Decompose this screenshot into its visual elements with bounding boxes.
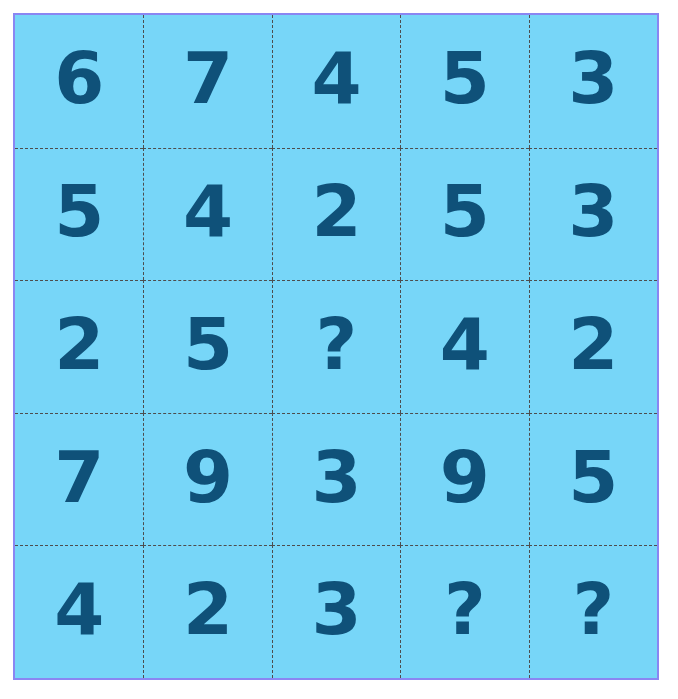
cell-r3c1: 2 — [15, 280, 143, 413]
cell-r3c5: 2 — [529, 280, 657, 413]
cell-r2c5: 3 — [529, 148, 657, 281]
cell-r1c1: 6 — [15, 15, 143, 148]
cell-r2c3: 2 — [272, 148, 400, 281]
cell-value: 5 — [183, 308, 233, 380]
cell-r4c3: 3 — [272, 413, 400, 546]
unknown-value: ? — [316, 308, 358, 380]
cell-r5c2: 2 — [143, 545, 271, 678]
cell-value: 4 — [54, 573, 104, 645]
cell-r5c5: ? — [529, 545, 657, 678]
cell-r5c3: 3 — [272, 545, 400, 678]
cell-value: 9 — [440, 441, 490, 513]
cell-r3c3: ? — [272, 280, 400, 413]
cell-r1c2: 7 — [143, 15, 271, 148]
cell-value: 2 — [54, 308, 104, 380]
cell-r5c4: ? — [400, 545, 528, 678]
cell-value: 9 — [183, 441, 233, 513]
cell-r2c2: 4 — [143, 148, 271, 281]
cell-value: 5 — [440, 42, 490, 114]
cell-r1c3: 4 — [272, 15, 400, 148]
cell-value: 2 — [568, 308, 618, 380]
cell-value: 4 — [440, 308, 490, 380]
cell-value: 5 — [568, 441, 618, 513]
cell-r4c2: 9 — [143, 413, 271, 546]
cell-value: 5 — [54, 175, 104, 247]
cell-r3c2: 5 — [143, 280, 271, 413]
cell-value: 4 — [311, 42, 361, 114]
puzzle-board: 674535425325?4279395423?? — [13, 13, 659, 680]
cell-r3c4: 4 — [400, 280, 528, 413]
cell-r1c5: 3 — [529, 15, 657, 148]
cell-r4c5: 5 — [529, 413, 657, 546]
cell-r4c4: 9 — [400, 413, 528, 546]
cell-r2c1: 5 — [15, 148, 143, 281]
cell-value: 2 — [311, 175, 361, 247]
cell-value: 5 — [440, 175, 490, 247]
cell-value: 3 — [568, 175, 618, 247]
cell-r2c4: 5 — [400, 148, 528, 281]
cell-value: 4 — [183, 175, 233, 247]
cell-value: 3 — [568, 42, 618, 114]
unknown-value: ? — [572, 573, 614, 645]
cell-value: 3 — [311, 573, 361, 645]
cell-value: 2 — [183, 573, 233, 645]
cell-r1c4: 5 — [400, 15, 528, 148]
cell-r4c1: 7 — [15, 413, 143, 546]
cell-value: 7 — [183, 42, 233, 114]
cell-value: 6 — [54, 42, 104, 114]
cell-value: 3 — [311, 441, 361, 513]
cell-value: 7 — [54, 441, 104, 513]
cell-r5c1: 4 — [15, 545, 143, 678]
unknown-value: ? — [444, 573, 486, 645]
